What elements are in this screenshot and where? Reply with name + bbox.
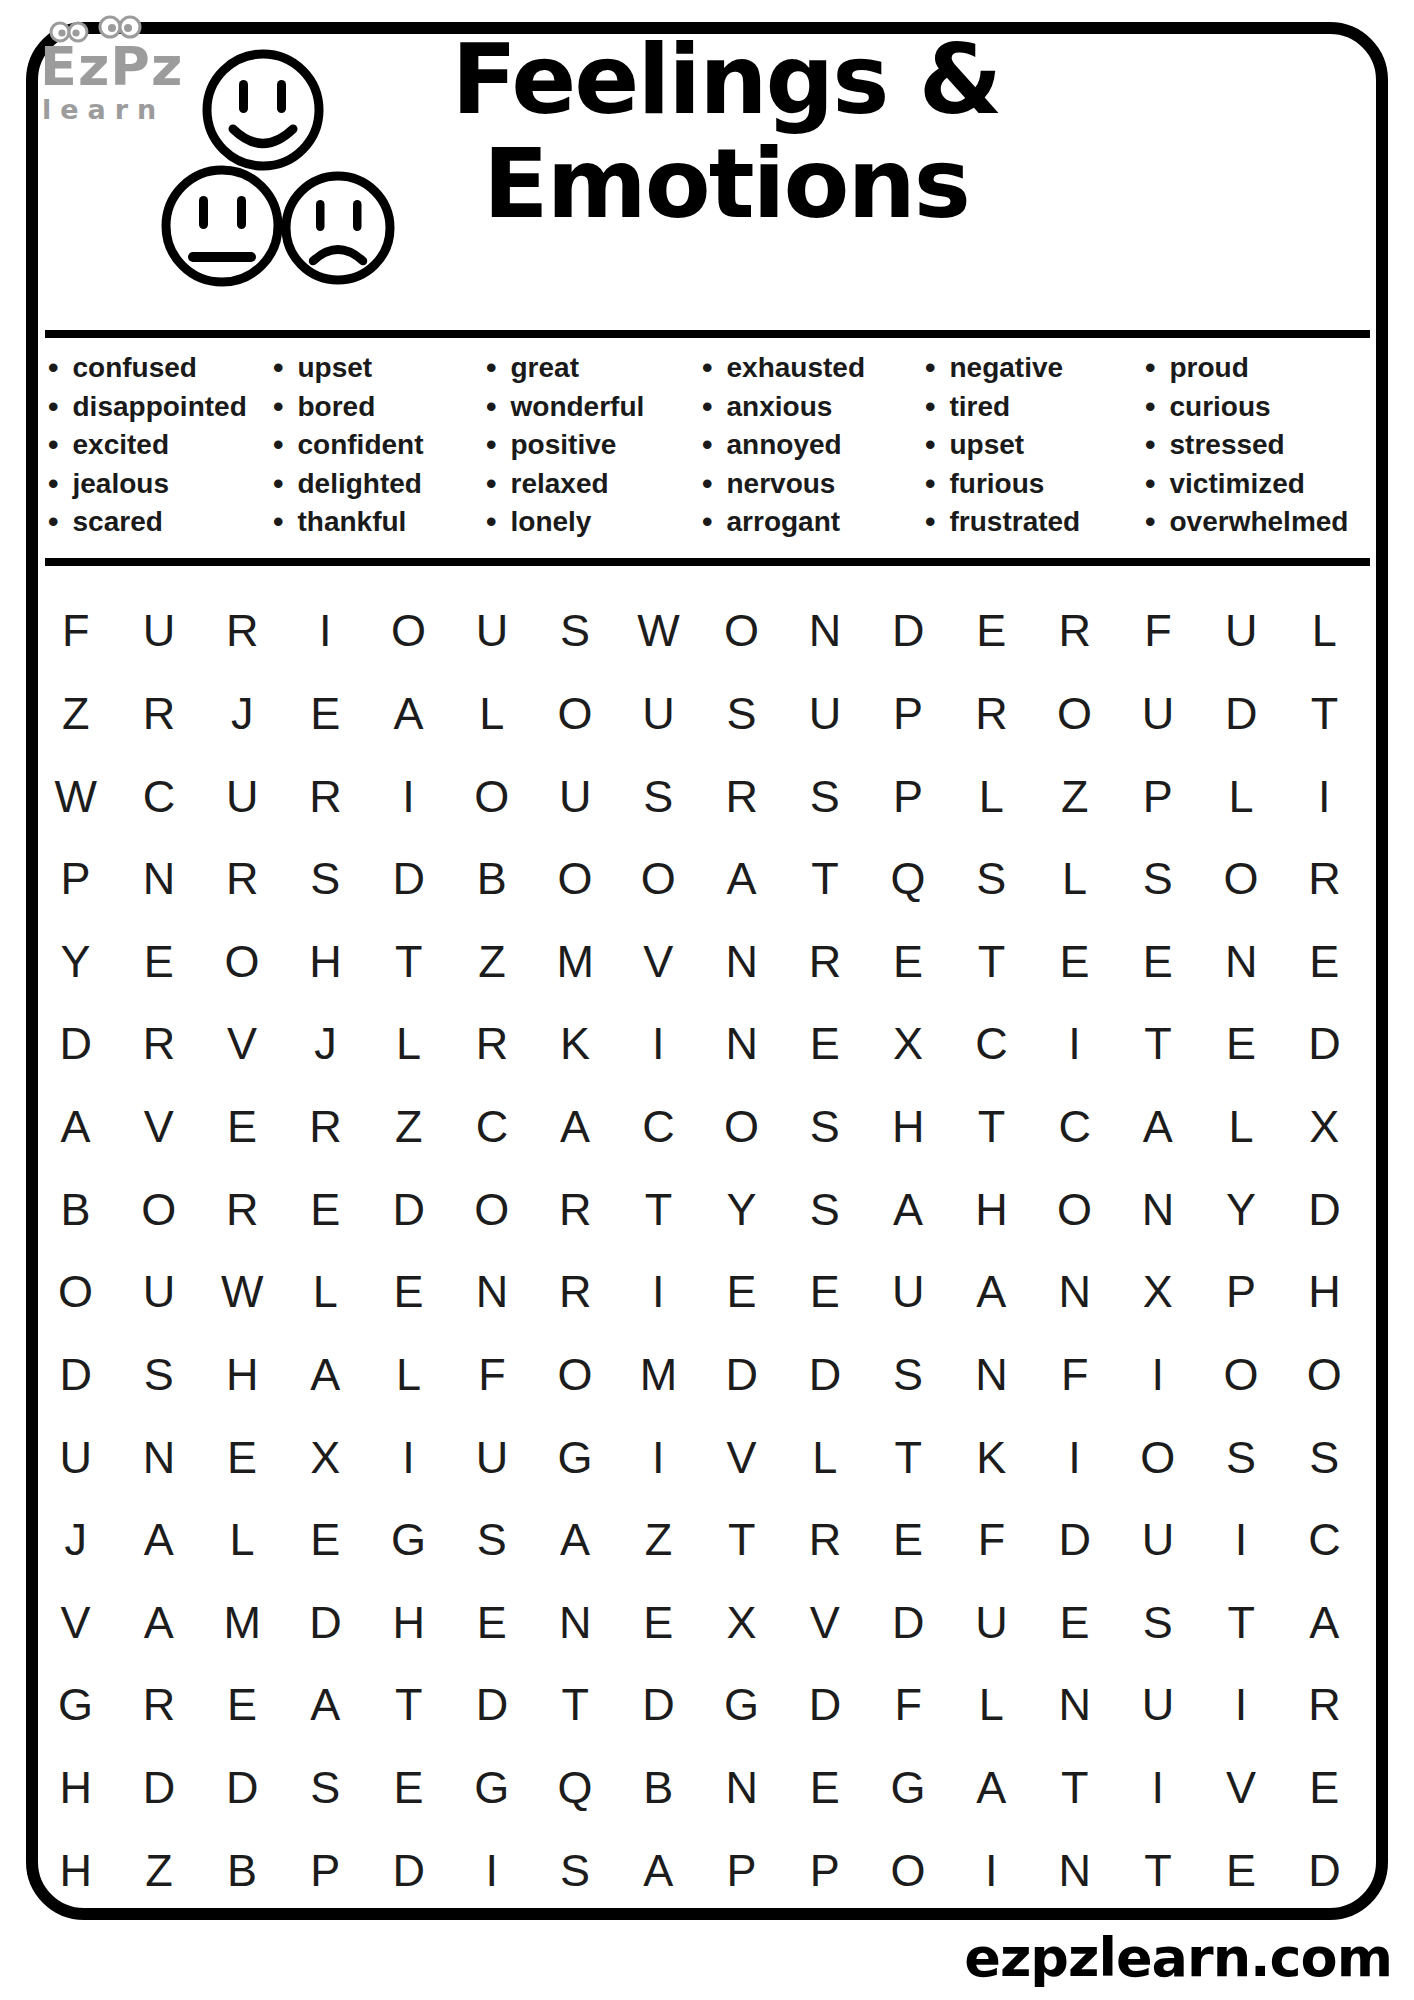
smiley-neutral-icon (166, 170, 278, 282)
bullet-icon: • (486, 353, 497, 383)
grid-cell[interactable]: E (1200, 1003, 1283, 1086)
grid-cell[interactable]: S (1116, 1582, 1199, 1665)
grid-cell[interactable]: T (1116, 1829, 1199, 1912)
grid-cell[interactable]: A (534, 1086, 617, 1169)
grid-cell[interactable]: D (1283, 1829, 1366, 1912)
grid-cell[interactable]: O (367, 590, 450, 673)
grid-cell[interactable]: H (367, 1582, 450, 1665)
grid-cell[interactable]: T (950, 1086, 1033, 1169)
grid-cell[interactable]: Q (534, 1747, 617, 1830)
grid-cell[interactable]: C (1033, 1086, 1116, 1169)
grid-cell[interactable]: A (284, 1664, 367, 1747)
grid-cell[interactable]: T (534, 1664, 617, 1747)
grid-cell[interactable]: O (34, 1251, 117, 1334)
grid-cell[interactable]: I (1116, 1334, 1199, 1417)
grid-cell[interactable]: C (1283, 1499, 1366, 1582)
grid-cell[interactable]: S (950, 838, 1033, 921)
grid-cell[interactable]: N (534, 1582, 617, 1665)
grid-cell[interactable]: L (950, 1664, 1033, 1747)
grid-cell[interactable]: S (450, 1499, 533, 1582)
grid-cell[interactable]: R (284, 755, 367, 838)
grid-cell[interactable]: O (450, 1168, 533, 1251)
grid-cell[interactable]: U (1116, 1664, 1199, 1747)
grid-cell[interactable]: N (700, 1003, 783, 1086)
grid-cell[interactable]: S (534, 590, 617, 673)
grid-cell[interactable]: E (1116, 921, 1199, 1004)
grid-cell[interactable]: H (201, 1334, 284, 1417)
grid-cell[interactable]: T (783, 838, 866, 921)
grid-cell[interactable]: E (1033, 1582, 1116, 1665)
grid-cell[interactable]: O (867, 1829, 950, 1912)
grid-cell[interactable]: E (617, 1582, 700, 1665)
word-list-item: •lonely (486, 506, 702, 545)
grid-cell[interactable]: N (1033, 1251, 1116, 1334)
grid-cell[interactable]: T (367, 1664, 450, 1747)
grid-cell[interactable]: U (1200, 590, 1283, 673)
grid-cell[interactable]: W (617, 590, 700, 673)
grid-cell[interactable]: E (783, 1003, 866, 1086)
grid-cell[interactable]: I (1033, 1416, 1116, 1499)
grid-cell[interactable]: R (117, 1664, 200, 1747)
grid-cell[interactable]: D (117, 1747, 200, 1830)
grid-cell[interactable]: T (1283, 673, 1366, 756)
grid-cell[interactable]: N (450, 1251, 533, 1334)
grid-cell[interactable]: D (450, 1664, 533, 1747)
grid-cell[interactable]: I (1283, 755, 1366, 838)
grid-cell[interactable]: F (867, 1664, 950, 1747)
grid-cell[interactable]: D (1200, 673, 1283, 756)
grid-cell[interactable]: M (201, 1582, 284, 1665)
word-list-item: •annoyed (702, 429, 925, 468)
grid-cell[interactable]: T (367, 921, 450, 1004)
grid-cell[interactable]: A (950, 1251, 1033, 1334)
grid-cell[interactable]: O (1116, 1416, 1199, 1499)
grid-cell[interactable]: I (617, 1251, 700, 1334)
word-list-item: •wonderful (486, 391, 702, 430)
grid-cell[interactable]: E (783, 1251, 866, 1334)
grid-cell[interactable]: D (284, 1582, 367, 1665)
grid-cell[interactable]: Y (700, 1168, 783, 1251)
grid-cell[interactable]: L (950, 755, 1033, 838)
grid-cell[interactable]: E (284, 1168, 367, 1251)
grid-cell[interactable]: L (1033, 838, 1116, 921)
grid-cell[interactable]: R (534, 1251, 617, 1334)
grid-cell[interactable]: Z (617, 1499, 700, 1582)
grid-cell[interactable]: U (117, 590, 200, 673)
grid-cell[interactable]: N (1033, 1664, 1116, 1747)
bullet-icon: • (702, 430, 713, 460)
grid-cell[interactable]: E (284, 673, 367, 756)
grid-cell[interactable]: F (1033, 1334, 1116, 1417)
grid-cell[interactable]: B (201, 1829, 284, 1912)
word-list-item: •positive (486, 429, 702, 468)
word-label: exhausted (727, 352, 866, 384)
grid-cell[interactable]: S (117, 1334, 200, 1417)
grid-cell[interactable]: A (950, 1747, 1033, 1830)
grid-cell[interactable]: X (700, 1582, 783, 1665)
grid-cell[interactable]: E (867, 1499, 950, 1582)
grid-cell[interactable]: W (201, 1251, 284, 1334)
word-label: victimized (1170, 468, 1305, 500)
grid-cell[interactable]: N (1200, 921, 1283, 1004)
grid-cell[interactable]: S (1116, 838, 1199, 921)
grid-cell[interactable]: D (867, 1582, 950, 1665)
grid-cell[interactable]: J (201, 673, 284, 756)
grid-cell[interactable]: U (34, 1416, 117, 1499)
grid-cell[interactable]: P (34, 838, 117, 921)
grid-cell[interactable]: C (617, 1086, 700, 1169)
grid-cell[interactable]: K (534, 1003, 617, 1086)
grid-cell[interactable]: S (783, 1086, 866, 1169)
grid-cell[interactable]: E (450, 1582, 533, 1665)
grid-cell[interactable]: X (1116, 1251, 1199, 1334)
word-list-column: •negative•tired•upset•furious•frustrated (925, 352, 1145, 545)
grid-cell[interactable]: O (617, 838, 700, 921)
grid-cell[interactable]: V (1200, 1747, 1283, 1830)
grid-cell[interactable]: I (1200, 1664, 1283, 1747)
grid-cell[interactable]: P (284, 1829, 367, 1912)
grid-cell[interactable]: O (534, 673, 617, 756)
grid-cell[interactable]: R (950, 673, 1033, 756)
grid-cell[interactable]: L (1200, 755, 1283, 838)
grid-cell[interactable]: G (700, 1664, 783, 1747)
grid-cell[interactable]: T (700, 1499, 783, 1582)
grid-cell[interactable]: X (867, 1003, 950, 1086)
grid-cell[interactable]: H (34, 1829, 117, 1912)
grid-cell[interactable]: D (34, 1003, 117, 1086)
grid-cell[interactable]: Z (117, 1829, 200, 1912)
bullet-icon: • (702, 353, 713, 383)
grid-cell[interactable]: G (34, 1664, 117, 1747)
grid-cell[interactable]: S (284, 838, 367, 921)
bullet-icon: • (486, 469, 497, 499)
grid-cell[interactable]: E (1200, 1829, 1283, 1912)
grid-cell[interactable]: R (117, 1003, 200, 1086)
grid-cell[interactable]: C (950, 1003, 1033, 1086)
grid-cell[interactable]: F (450, 1334, 533, 1417)
word-list-item: •delighted (273, 468, 486, 507)
grid-cell[interactable]: L (201, 1499, 284, 1582)
grid-cell[interactable]: N (1033, 1829, 1116, 1912)
grid-cell[interactable]: G (367, 1499, 450, 1582)
bullet-icon: • (1145, 469, 1156, 499)
grid-cell[interactable]: A (867, 1168, 950, 1251)
grid-cell[interactable]: V (201, 1003, 284, 1086)
grid-cell[interactable]: T (867, 1416, 950, 1499)
grid-cell[interactable]: B (450, 838, 533, 921)
grid-cell[interactable]: H (1283, 1251, 1366, 1334)
grid-cell[interactable]: A (284, 1334, 367, 1417)
grid-cell[interactable]: U (1116, 673, 1199, 756)
grid-cell[interactable]: N (700, 1747, 783, 1830)
grid-cell[interactable]: I (450, 1829, 533, 1912)
grid-cell[interactable]: P (700, 1829, 783, 1912)
grid-cell[interactable]: D (1283, 1168, 1366, 1251)
grid-cell[interactable]: O (1283, 1334, 1366, 1417)
grid-cell[interactable]: E (867, 921, 950, 1004)
grid-cell[interactable]: O (1033, 673, 1116, 756)
word-list-item: •furious (925, 468, 1145, 507)
grid-cell[interactable]: N (1116, 1168, 1199, 1251)
grid-cell[interactable]: E (1283, 1747, 1366, 1830)
grid-cell[interactable]: P (867, 755, 950, 838)
grid-cell[interactable]: E (367, 1251, 450, 1334)
grid-cell[interactable]: A (534, 1499, 617, 1582)
grid-cell[interactable]: A (367, 673, 450, 756)
grid-cell[interactable]: Z (34, 673, 117, 756)
grid-cell[interactable]: O (1033, 1168, 1116, 1251)
grid-cell[interactable]: D (783, 1664, 866, 1747)
grid-cell[interactable]: Q (867, 838, 950, 921)
grid-cell[interactable]: R (1283, 1664, 1366, 1747)
grid-cell[interactable]: B (34, 1168, 117, 1251)
grid-cell[interactable]: N (117, 1416, 200, 1499)
grid-cell[interactable]: O (534, 1334, 617, 1417)
grid-cell[interactable]: I (1033, 1003, 1116, 1086)
grid-cell[interactable]: G (867, 1747, 950, 1830)
grid-cell[interactable]: F (1116, 590, 1199, 673)
grid-cell[interactable]: D (1283, 1003, 1366, 1086)
grid-cell[interactable]: P (1200, 1251, 1283, 1334)
grid-cell[interactable]: D (783, 1334, 866, 1417)
grid-cell[interactable]: X (1283, 1086, 1366, 1169)
grid-cell[interactable]: T (617, 1168, 700, 1251)
grid-cell[interactable]: U (1116, 1499, 1199, 1582)
grid-cell[interactable]: I (950, 1829, 1033, 1912)
grid-cell[interactable]: S (700, 673, 783, 756)
grid-cell[interactable]: Z (450, 921, 533, 1004)
grid-cell[interactable]: U (450, 590, 533, 673)
grid-cell[interactable]: H (950, 1168, 1033, 1251)
grid-cell[interactable]: R (1283, 838, 1366, 921)
word-list-item: •thankful (273, 506, 486, 545)
grid-cell[interactable]: T (1200, 1582, 1283, 1665)
grid-cell[interactable]: I (367, 755, 450, 838)
smiley-faces-graphic (150, 28, 412, 296)
grid-cell[interactable]: V (117, 1086, 200, 1169)
bullet-icon: • (273, 469, 284, 499)
grid-cell[interactable]: R (201, 590, 284, 673)
grid-cell[interactable]: R (284, 1086, 367, 1169)
word-label: proud (1170, 352, 1249, 384)
grid-cell[interactable]: E (201, 1086, 284, 1169)
grid-cell[interactable]: R (450, 1003, 533, 1086)
grid-cell[interactable]: N (950, 1334, 1033, 1417)
grid-cell[interactable]: L (284, 1251, 367, 1334)
grid-cell[interactable]: L (783, 1416, 866, 1499)
grid-cell[interactable]: N (783, 590, 866, 673)
bullet-icon: • (48, 392, 59, 422)
grid-cell[interactable]: S (284, 1747, 367, 1830)
grid-cell[interactable]: O (700, 1086, 783, 1169)
grid-cell[interactable]: C (117, 755, 200, 838)
grid-cell[interactable]: F (34, 590, 117, 673)
word-list-column: •confused•disappointed•excited•jealous•s… (48, 352, 273, 545)
grid-cell[interactable]: K (950, 1416, 1033, 1499)
grid-cell[interactable]: N (117, 838, 200, 921)
grid-cell[interactable]: E (1283, 921, 1366, 1004)
grid-cell[interactable]: G (450, 1747, 533, 1830)
grid-cell[interactable]: R (117, 673, 200, 756)
grid-cell[interactable]: T (1116, 1003, 1199, 1086)
grid-cell[interactable]: L (450, 673, 533, 756)
grid-cell[interactable]: A (700, 838, 783, 921)
grid-cell[interactable]: O (534, 838, 617, 921)
grid-cell[interactable]: Y (34, 921, 117, 1004)
grid-cell[interactable]: V (783, 1582, 866, 1665)
grid-cell[interactable]: U (867, 1251, 950, 1334)
word-label: furious (950, 468, 1045, 500)
word-label: curious (1170, 391, 1271, 423)
divider-bottom (45, 558, 1370, 566)
grid-cell[interactable]: D (1033, 1499, 1116, 1582)
grid-cell[interactable]: C (450, 1086, 533, 1169)
bullet-icon: • (48, 507, 59, 537)
grid-cell[interactable]: A (1116, 1086, 1199, 1169)
grid-cell[interactable]: E (1033, 921, 1116, 1004)
grid-cell[interactable]: O (1200, 1334, 1283, 1417)
grid-cell[interactable]: D (367, 1168, 450, 1251)
grid-cell[interactable]: A (117, 1582, 200, 1665)
grid-cell[interactable]: S (617, 755, 700, 838)
grid-cell[interactable]: F (950, 1499, 1033, 1582)
grid-cell[interactable]: D (201, 1747, 284, 1830)
bullet-icon: • (702, 469, 713, 499)
grid-cell[interactable]: A (617, 1829, 700, 1912)
grid-cell[interactable]: G (534, 1416, 617, 1499)
grid-cell[interactable]: U (201, 755, 284, 838)
grid-cell[interactable]: P (1116, 755, 1199, 838)
grid-cell[interactable]: S (783, 755, 866, 838)
word-label: annoyed (727, 429, 842, 461)
grid-cell[interactable]: L (367, 1003, 450, 1086)
grid-cell[interactable]: U (117, 1251, 200, 1334)
grid-cell[interactable]: S (1283, 1416, 1366, 1499)
grid-cell[interactable]: S (534, 1829, 617, 1912)
grid-cell[interactable]: Z (367, 1086, 450, 1169)
grid-cell[interactable]: R (783, 921, 866, 1004)
grid-cell[interactable]: S (783, 1168, 866, 1251)
grid-cell[interactable]: V (34, 1582, 117, 1665)
grid-cell[interactable]: I (367, 1416, 450, 1499)
website-text: ezpzlearn.com (964, 1926, 1392, 1989)
grid-cell[interactable]: E (700, 1251, 783, 1334)
grid-cell[interactable]: T (1033, 1747, 1116, 1830)
grid-cell[interactable]: I (1200, 1499, 1283, 1582)
grid-cell[interactable]: R (1033, 590, 1116, 673)
bullet-icon: • (273, 353, 284, 383)
grid-cell[interactable]: D (867, 590, 950, 673)
grid-cell[interactable]: O (700, 590, 783, 673)
bullet-icon: • (273, 430, 284, 460)
grid-cell[interactable]: D (34, 1334, 117, 1417)
grid-cell[interactable]: W (34, 755, 117, 838)
grid-cell[interactable]: R (700, 755, 783, 838)
grid-cell[interactable]: I (284, 590, 367, 673)
bullet-icon: • (273, 392, 284, 422)
grid-cell[interactable]: U (783, 673, 866, 756)
grid-cell[interactable]: E (201, 1416, 284, 1499)
grid-cell[interactable]: U (534, 755, 617, 838)
grid-cell[interactable]: U (617, 673, 700, 756)
grid-cell[interactable]: I (617, 1416, 700, 1499)
grid-cell[interactable]: E (117, 921, 200, 1004)
grid-cell[interactable]: I (617, 1003, 700, 1086)
grid-cell[interactable]: E (783, 1747, 866, 1830)
grid-cell[interactable]: M (617, 1334, 700, 1417)
grid-cell[interactable]: X (284, 1416, 367, 1499)
grid-cell[interactable]: E (201, 1664, 284, 1747)
word-list-item: •victimized (1145, 468, 1373, 507)
grid-cell[interactable]: O (450, 755, 533, 838)
grid-cell[interactable]: J (284, 1003, 367, 1086)
grid-cell[interactable]: P (783, 1829, 866, 1912)
grid-cell[interactable]: H (34, 1747, 117, 1830)
grid-cell[interactable]: J (34, 1499, 117, 1582)
grid-cell[interactable]: A (34, 1086, 117, 1169)
grid-cell[interactable]: D (367, 838, 450, 921)
word-list-column: •great•wonderful•positive•relaxed•lonely (486, 352, 702, 545)
grid-cell[interactable]: H (284, 921, 367, 1004)
grid-cell[interactable]: T (950, 921, 1033, 1004)
grid-cell[interactable]: P (867, 673, 950, 756)
word-list-item: •proud (1145, 352, 1373, 391)
grid-cell[interactable]: O (201, 921, 284, 1004)
grid-cell[interactable]: D (617, 1664, 700, 1747)
grid-cell[interactable]: Y (1200, 1168, 1283, 1251)
grid-cell[interactable]: V (700, 1416, 783, 1499)
grid-cell[interactable]: E (284, 1499, 367, 1582)
grid-cell[interactable]: R (534, 1168, 617, 1251)
word-label: arrogant (727, 506, 841, 538)
grid-cell[interactable]: I (1116, 1747, 1199, 1830)
word-list-item: •confused (48, 352, 273, 391)
word-label: relaxed (511, 468, 609, 500)
grid-cell[interactable]: M (534, 921, 617, 1004)
grid-cell[interactable]: R (201, 1168, 284, 1251)
grid-cell[interactable]: E (367, 1747, 450, 1830)
grid-cell[interactable]: A (117, 1499, 200, 1582)
grid-cell[interactable]: B (617, 1747, 700, 1830)
grid-cell[interactable]: S (1200, 1416, 1283, 1499)
grid-cell[interactable]: V (617, 921, 700, 1004)
grid-cell[interactable]: L (1200, 1086, 1283, 1169)
grid-cell[interactable]: H (867, 1086, 950, 1169)
grid-cell[interactable]: R (201, 838, 284, 921)
grid-cell[interactable]: U (950, 1582, 1033, 1665)
bullet-icon: • (925, 392, 936, 422)
word-label: scared (73, 506, 163, 538)
grid-cell[interactable]: E (950, 590, 1033, 673)
grid-cell[interactable]: Z (1033, 755, 1116, 838)
bullet-icon: • (48, 430, 59, 460)
grid-cell[interactable]: R (783, 1499, 866, 1582)
word-list-item: •tired (925, 391, 1145, 430)
grid-cell[interactable]: S (867, 1334, 950, 1417)
grid-cell[interactable]: D (367, 1829, 450, 1912)
grid-cell[interactable]: D (700, 1334, 783, 1417)
page-title: Feelings & Emotions (408, 28, 1044, 236)
bullet-icon: • (1145, 507, 1156, 537)
smiley-sad-icon (286, 176, 390, 280)
grid-cell[interactable]: N (700, 921, 783, 1004)
grid-cell[interactable]: O (117, 1168, 200, 1251)
grid-cell[interactable]: L (1283, 590, 1366, 673)
grid-cell[interactable]: U (450, 1416, 533, 1499)
grid-cell[interactable]: A (1283, 1582, 1366, 1665)
grid-cell[interactable]: L (367, 1334, 450, 1417)
grid-cell[interactable]: O (1200, 838, 1283, 921)
